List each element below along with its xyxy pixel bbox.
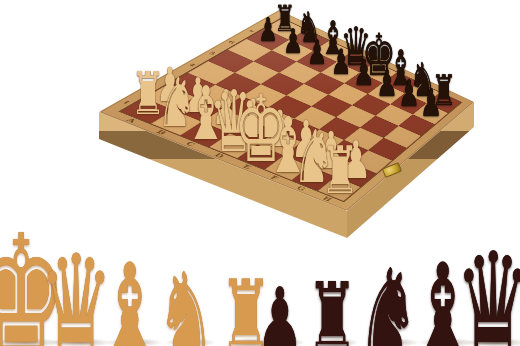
lineup-piece-black-rook: ♜: [306, 271, 358, 346]
rank-label-5: 5: [208, 50, 218, 55]
rank-label-3: 3: [166, 74, 177, 79]
file-label-h: H: [321, 195, 333, 202]
file-label-a: A: [124, 117, 138, 124]
rank-label-8: 8: [264, 19, 273, 24]
file-label-c: C: [184, 140, 197, 147]
lineup-piece-white-bishop: ♝: [96, 248, 163, 346]
file-label-e: E: [241, 163, 253, 170]
rank-label-7: 7: [246, 29, 255, 34]
file-label-f: F: [269, 174, 280, 181]
file-label-g: G: [295, 185, 307, 192]
rank-label-6: 6: [227, 39, 237, 44]
rank-label-4: 4: [187, 62, 197, 67]
chess-board-box: ABCDEFGH87654321: [99, 10, 474, 211]
lineup-piece-black-pawn: ♟: [256, 276, 304, 346]
lineup-piece-black-queen: ♛: [455, 235, 520, 346]
file-label-d: D: [213, 152, 226, 159]
lineup-piece-white-knight: ♞: [156, 259, 215, 346]
file-label-b: B: [154, 129, 168, 136]
chess-set-photo: ABCDEFGH87654321 ♜♞♝♛♚♝♞♜♟♟♟♟♟♟♟♟♟♟♟♟♟♟♟…: [0, 0, 520, 346]
